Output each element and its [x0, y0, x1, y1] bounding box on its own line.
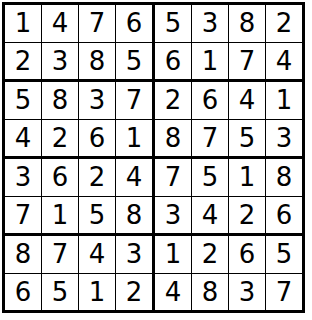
sudoku-cell-r2c3[interactable]: 8	[79, 43, 116, 83]
sudoku-cell-r7c8[interactable]: 5	[266, 236, 302, 274]
sudoku-cell-r3c1[interactable]: 5	[5, 82, 42, 120]
sudoku-cell-r7c3[interactable]: 4	[79, 236, 116, 274]
sudoku-cell-r5c3[interactable]: 2	[79, 159, 116, 197]
sudoku-cell-r6c7[interactable]: 2	[229, 197, 266, 237]
sudoku-cell-r5c2[interactable]: 6	[42, 159, 79, 197]
sudoku-cell-r3c5[interactable]: 2	[155, 82, 192, 120]
sudoku-cell-r2c7[interactable]: 7	[229, 43, 266, 83]
sudoku-cell-r1c3[interactable]: 7	[79, 5, 116, 43]
sudoku-cell-r5c6[interactable]: 5	[192, 159, 229, 197]
sudoku-cell-r5c8[interactable]: 8	[266, 159, 302, 197]
sudoku-cell-r2c8[interactable]: 4	[266, 43, 302, 83]
sudoku-cell-r4c8[interactable]: 3	[266, 120, 302, 160]
sudoku-cell-r2c5[interactable]: 6	[155, 43, 192, 83]
sudoku-cell-r8c4[interactable]: 2	[116, 274, 155, 311]
sudoku-cell-r1c4[interactable]: 6	[116, 5, 155, 43]
sudoku-cell-r6c5[interactable]: 3	[155, 197, 192, 237]
sudoku-cell-r4c7[interactable]: 5	[229, 120, 266, 160]
sudoku-cell-r3c8[interactable]: 1	[266, 82, 302, 120]
sudoku-cell-r8c8[interactable]: 7	[266, 274, 302, 311]
sudoku-cell-r7c2[interactable]: 7	[42, 236, 79, 274]
sudoku-cell-r7c6[interactable]: 2	[192, 236, 229, 274]
sudoku-cell-r8c7[interactable]: 3	[229, 274, 266, 311]
sudoku-cell-r2c1[interactable]: 2	[5, 43, 42, 83]
sudoku-cell-r5c7[interactable]: 1	[229, 159, 266, 197]
sudoku-cell-r7c1[interactable]: 8	[5, 236, 42, 274]
sudoku-cell-r1c1[interactable]: 1	[5, 5, 42, 43]
sudoku-cell-r1c2[interactable]: 4	[42, 5, 79, 43]
sudoku-cell-r3c7[interactable]: 4	[229, 82, 266, 120]
sudoku-cell-r8c2[interactable]: 5	[42, 274, 79, 311]
sudoku-cell-r4c4[interactable]: 1	[116, 120, 155, 160]
sudoku-cell-r3c4[interactable]: 7	[116, 82, 155, 120]
sudoku-cell-r8c5[interactable]: 4	[155, 274, 192, 311]
sudoku-cell-r1c6[interactable]: 3	[192, 5, 229, 43]
sudoku-cell-r7c4[interactable]: 3	[116, 236, 155, 274]
sudoku-cell-r3c6[interactable]: 6	[192, 82, 229, 120]
sudoku-cell-r6c4[interactable]: 8	[116, 197, 155, 237]
sudoku-cell-r8c1[interactable]: 6	[5, 274, 42, 311]
sudoku-cell-r6c8[interactable]: 6	[266, 197, 302, 237]
sudoku-board: 1476538223856174583726414261875336247518…	[2, 2, 305, 313]
sudoku-cell-r5c5[interactable]: 7	[155, 159, 192, 197]
sudoku-cell-r6c2[interactable]: 1	[42, 197, 79, 237]
sudoku-cell-r2c6[interactable]: 1	[192, 43, 229, 83]
sudoku-cell-r2c4[interactable]: 5	[116, 43, 155, 83]
sudoku-cell-r7c7[interactable]: 6	[229, 236, 266, 274]
sudoku-cell-r8c6[interactable]: 8	[192, 274, 229, 311]
sudoku-cell-r1c7[interactable]: 8	[229, 5, 266, 43]
sudoku-cell-r3c2[interactable]: 8	[42, 82, 79, 120]
sudoku-cell-r5c4[interactable]: 4	[116, 159, 155, 197]
sudoku-cell-r6c3[interactable]: 5	[79, 197, 116, 237]
sudoku-cell-r4c5[interactable]: 8	[155, 120, 192, 160]
sudoku-cell-r4c1[interactable]: 4	[5, 120, 42, 160]
sudoku-cell-r1c5[interactable]: 5	[155, 5, 192, 43]
sudoku-page: 1476538223856174583726414261875336247518…	[0, 0, 312, 313]
sudoku-cell-r6c1[interactable]: 7	[5, 197, 42, 237]
sudoku-cell-r4c2[interactable]: 2	[42, 120, 79, 160]
sudoku-cell-r4c3[interactable]: 6	[79, 120, 116, 160]
sudoku-cell-r5c1[interactable]: 3	[5, 159, 42, 197]
sudoku-cell-r4c6[interactable]: 7	[192, 120, 229, 160]
sudoku-cell-r3c3[interactable]: 3	[79, 82, 116, 120]
sudoku-cell-r6c6[interactable]: 4	[192, 197, 229, 237]
sudoku-cell-r7c5[interactable]: 1	[155, 236, 192, 274]
sudoku-cell-r1c8[interactable]: 2	[266, 5, 302, 43]
sudoku-cell-r8c3[interactable]: 1	[79, 274, 116, 311]
sudoku-cell-r2c2[interactable]: 3	[42, 43, 79, 83]
